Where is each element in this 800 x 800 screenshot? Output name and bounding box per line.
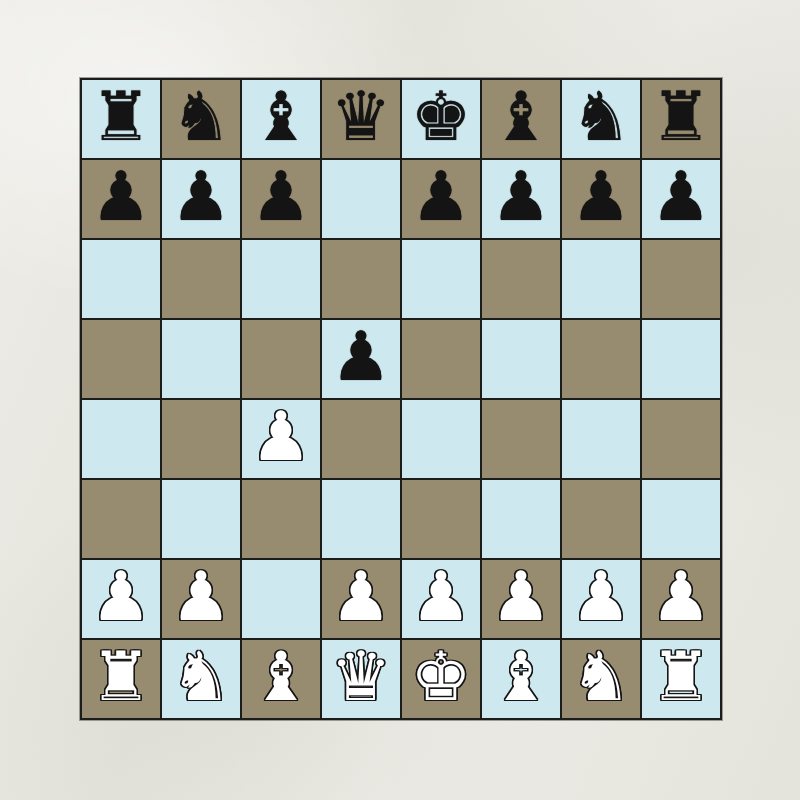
piece-black-rook[interactable]: ♜ (651, 83, 712, 151)
piece-white-bishop[interactable]: ♝ (491, 643, 552, 711)
square-b6[interactable] (162, 240, 240, 318)
square-g6[interactable] (562, 240, 640, 318)
piece-black-pawn[interactable]: ♟ (251, 163, 312, 231)
square-d5[interactable]: ♟ (322, 320, 400, 398)
piece-white-pawn[interactable]: ♟ (251, 403, 312, 471)
square-e8[interactable]: ♚ (402, 80, 480, 158)
square-a4[interactable] (82, 400, 160, 478)
square-e7[interactable]: ♟ (402, 160, 480, 238)
square-c4[interactable]: ♟ (242, 400, 320, 478)
chess-board[interactable]: ♜♞♝♛♚♝♞♜♟♟♟♟♟♟♟♟♟♟♟♟♟♟♟♟♜♞♝♛♚♝♞♜ (80, 78, 722, 720)
square-f6[interactable] (482, 240, 560, 318)
square-h8[interactable]: ♜ (642, 80, 720, 158)
square-c1[interactable]: ♝ (242, 640, 320, 718)
piece-black-king[interactable]: ♚ (411, 83, 472, 151)
square-f7[interactable]: ♟ (482, 160, 560, 238)
piece-white-rook[interactable]: ♜ (651, 643, 712, 711)
piece-black-knight[interactable]: ♞ (571, 83, 632, 151)
square-g2[interactable]: ♟ (562, 560, 640, 638)
square-d1[interactable]: ♛ (322, 640, 400, 718)
square-b5[interactable] (162, 320, 240, 398)
square-b7[interactable]: ♟ (162, 160, 240, 238)
square-b3[interactable] (162, 480, 240, 558)
square-h3[interactable] (642, 480, 720, 558)
square-d3[interactable] (322, 480, 400, 558)
piece-white-pawn[interactable]: ♟ (331, 563, 392, 631)
square-a7[interactable]: ♟ (82, 160, 160, 238)
square-g3[interactable] (562, 480, 640, 558)
square-e6[interactable] (402, 240, 480, 318)
square-e4[interactable] (402, 400, 480, 478)
piece-white-king[interactable]: ♚ (411, 643, 472, 711)
piece-black-pawn[interactable]: ♟ (411, 163, 472, 231)
square-d4[interactable] (322, 400, 400, 478)
piece-black-pawn[interactable]: ♟ (491, 163, 552, 231)
square-g5[interactable] (562, 320, 640, 398)
piece-black-bishop[interactable]: ♝ (491, 83, 552, 151)
piece-white-pawn[interactable]: ♟ (411, 563, 472, 631)
piece-white-pawn[interactable]: ♟ (171, 563, 232, 631)
piece-white-queen[interactable]: ♛ (331, 643, 392, 711)
square-f2[interactable]: ♟ (482, 560, 560, 638)
square-c5[interactable] (242, 320, 320, 398)
square-c6[interactable] (242, 240, 320, 318)
square-h2[interactable]: ♟ (642, 560, 720, 638)
square-b8[interactable]: ♞ (162, 80, 240, 158)
square-f8[interactable]: ♝ (482, 80, 560, 158)
square-a1[interactable]: ♜ (82, 640, 160, 718)
square-d7[interactable] (322, 160, 400, 238)
square-c7[interactable]: ♟ (242, 160, 320, 238)
square-e2[interactable]: ♟ (402, 560, 480, 638)
square-a3[interactable] (82, 480, 160, 558)
piece-white-rook[interactable]: ♜ (91, 643, 152, 711)
piece-white-pawn[interactable]: ♟ (571, 563, 632, 631)
square-a5[interactable] (82, 320, 160, 398)
square-f4[interactable] (482, 400, 560, 478)
square-d8[interactable]: ♛ (322, 80, 400, 158)
square-f1[interactable]: ♝ (482, 640, 560, 718)
square-a2[interactable]: ♟ (82, 560, 160, 638)
piece-black-pawn[interactable]: ♟ (571, 163, 632, 231)
piece-black-queen[interactable]: ♛ (331, 83, 392, 151)
square-a6[interactable] (82, 240, 160, 318)
piece-black-pawn[interactable]: ♟ (331, 323, 392, 391)
square-b1[interactable]: ♞ (162, 640, 240, 718)
square-c8[interactable]: ♝ (242, 80, 320, 158)
square-a8[interactable]: ♜ (82, 80, 160, 158)
piece-black-rook[interactable]: ♜ (91, 83, 152, 151)
piece-white-pawn[interactable]: ♟ (651, 563, 712, 631)
square-h5[interactable] (642, 320, 720, 398)
square-h4[interactable] (642, 400, 720, 478)
piece-black-pawn[interactable]: ♟ (651, 163, 712, 231)
square-d2[interactable]: ♟ (322, 560, 400, 638)
square-h7[interactable]: ♟ (642, 160, 720, 238)
square-h6[interactable] (642, 240, 720, 318)
square-g1[interactable]: ♞ (562, 640, 640, 718)
square-c2[interactable] (242, 560, 320, 638)
piece-white-pawn[interactable]: ♟ (491, 563, 552, 631)
square-g8[interactable]: ♞ (562, 80, 640, 158)
square-e3[interactable] (402, 480, 480, 558)
piece-white-bishop[interactable]: ♝ (251, 643, 312, 711)
square-e1[interactable]: ♚ (402, 640, 480, 718)
square-b4[interactable] (162, 400, 240, 478)
square-h1[interactable]: ♜ (642, 640, 720, 718)
piece-black-pawn[interactable]: ♟ (91, 163, 152, 231)
square-d6[interactable] (322, 240, 400, 318)
page-background: { "game": "chess", "position": { "fen": … (0, 0, 800, 800)
square-b2[interactable]: ♟ (162, 560, 240, 638)
square-g4[interactable] (562, 400, 640, 478)
piece-white-pawn[interactable]: ♟ (91, 563, 152, 631)
square-f5[interactable] (482, 320, 560, 398)
piece-white-knight[interactable]: ♞ (571, 643, 632, 711)
piece-black-knight[interactable]: ♞ (171, 83, 232, 151)
square-c3[interactable] (242, 480, 320, 558)
square-f3[interactable] (482, 480, 560, 558)
square-g7[interactable]: ♟ (562, 160, 640, 238)
piece-black-bishop[interactable]: ♝ (251, 83, 312, 151)
piece-black-pawn[interactable]: ♟ (171, 163, 232, 231)
square-e5[interactable] (402, 320, 480, 398)
piece-white-knight[interactable]: ♞ (171, 643, 232, 711)
